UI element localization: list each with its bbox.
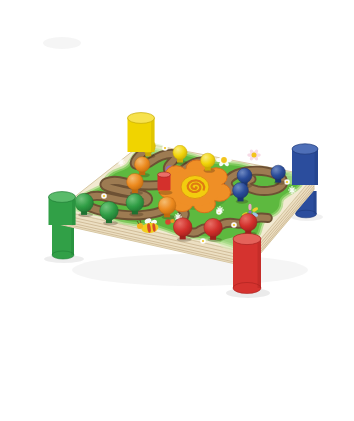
bead-blue-3 xyxy=(233,183,249,199)
leg-blue-post-shade xyxy=(315,149,319,185)
leg-red-post-end xyxy=(233,283,261,294)
leg-red-post-shade xyxy=(258,239,262,288)
leg-yellow-post-shade xyxy=(151,118,155,152)
leg-red-post xyxy=(233,239,261,288)
ladybug-spot xyxy=(170,219,174,223)
bead-yellow-2 xyxy=(173,145,187,159)
leg-green-post-shade xyxy=(72,197,76,225)
leg-green-lower xyxy=(52,224,74,255)
small-flower-center xyxy=(286,181,288,183)
ladybug xyxy=(165,219,171,225)
leg-blue-post-cap xyxy=(292,144,318,154)
watermark-smudge xyxy=(43,37,81,49)
bead-green-1 xyxy=(75,193,94,212)
leg-green-lower-shade xyxy=(71,224,74,255)
small-flower-center xyxy=(202,240,204,242)
leg-red-post-cap xyxy=(233,233,261,244)
small-flower-center xyxy=(164,147,166,149)
butterfly-body xyxy=(248,210,251,213)
peg-shadow xyxy=(159,190,173,195)
leg-green-post-cap xyxy=(49,192,76,203)
leg-yellow-post-cap xyxy=(128,113,155,124)
sparkle-icon xyxy=(202,143,210,151)
daisy-center xyxy=(221,157,227,163)
bead-maze-toy-illustration xyxy=(0,0,354,421)
bead-yellow-3 xyxy=(201,153,215,167)
small-flower-center xyxy=(233,224,235,226)
bead-orange-2 xyxy=(127,173,144,190)
bead-blue-1 xyxy=(237,168,252,183)
bead-red-1 xyxy=(173,218,192,237)
bead-orange-3 xyxy=(158,197,176,215)
bead-red-3 xyxy=(239,213,257,231)
leg-green-lower-end xyxy=(52,251,74,259)
soft-shadow xyxy=(72,254,308,286)
small-flower-center xyxy=(103,195,105,197)
daisy-center xyxy=(252,153,257,158)
product-photo-wooden-bead-maze xyxy=(0,0,354,421)
bead-red-2 xyxy=(204,218,222,236)
bee-head xyxy=(137,223,143,229)
bead-green-3 xyxy=(126,194,144,212)
bead-orange-1 xyxy=(135,157,150,172)
leg-blue-lower-end xyxy=(296,210,317,218)
bead-blue-2 xyxy=(271,165,285,179)
butterfly-wing xyxy=(248,204,251,210)
bead-green-2 xyxy=(100,202,119,221)
leg-blue-lower-shade xyxy=(314,191,317,214)
peg-red-cap xyxy=(158,172,171,177)
